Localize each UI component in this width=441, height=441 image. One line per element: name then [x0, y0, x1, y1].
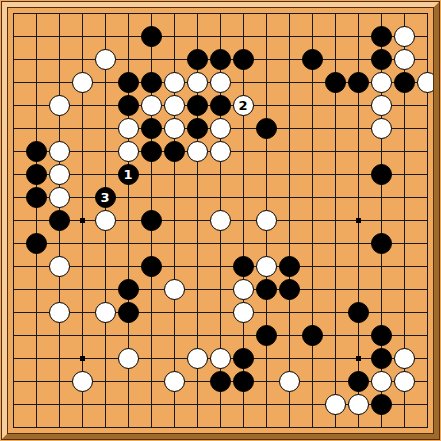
white-stone[interactable] [141, 95, 162, 116]
white-stone[interactable] [325, 394, 346, 415]
white-stone[interactable] [348, 394, 369, 415]
black-stone[interactable] [371, 26, 392, 47]
white-stone[interactable] [371, 95, 392, 116]
black-stone[interactable] [141, 256, 162, 277]
black-stone[interactable] [187, 118, 208, 139]
black-stone[interactable] [371, 325, 392, 346]
white-stone[interactable] [164, 371, 185, 392]
white-stone[interactable] [210, 72, 231, 93]
white-stone[interactable] [233, 279, 254, 300]
black-stone[interactable] [371, 164, 392, 185]
black-stone[interactable] [26, 164, 47, 185]
black-stone[interactable] [233, 49, 254, 70]
go-board[interactable]: 213 [0, 0, 441, 441]
white-stone-move-2[interactable]: 2 [233, 95, 254, 116]
white-stone[interactable] [72, 72, 93, 93]
black-stone[interactable] [279, 279, 300, 300]
black-stone[interactable] [233, 256, 254, 277]
black-stone[interactable] [256, 279, 277, 300]
white-stone[interactable] [394, 371, 415, 392]
white-stone[interactable] [187, 72, 208, 93]
white-stone[interactable] [95, 49, 116, 70]
black-stone[interactable] [233, 371, 254, 392]
black-stone[interactable] [141, 118, 162, 139]
black-stone-move-1[interactable]: 1 [118, 164, 139, 185]
white-stone[interactable] [187, 141, 208, 162]
white-stone[interactable] [95, 210, 116, 231]
white-stone[interactable] [417, 72, 438, 93]
white-stone[interactable] [164, 95, 185, 116]
black-stone[interactable] [371, 233, 392, 254]
white-stone[interactable] [49, 164, 70, 185]
black-stone[interactable] [118, 279, 139, 300]
black-stone[interactable] [164, 141, 185, 162]
white-stone[interactable] [371, 72, 392, 93]
white-stone[interactable] [164, 118, 185, 139]
white-stone[interactable] [164, 72, 185, 93]
black-stone[interactable] [233, 348, 254, 369]
black-stone[interactable] [210, 95, 231, 116]
white-stone[interactable] [187, 348, 208, 369]
black-stone[interactable] [118, 95, 139, 116]
black-stone[interactable] [256, 118, 277, 139]
white-stone[interactable] [394, 26, 415, 47]
white-stone[interactable] [233, 302, 254, 323]
black-stone[interactable] [26, 233, 47, 254]
white-stone[interactable] [256, 256, 277, 277]
black-stone[interactable] [141, 72, 162, 93]
black-stone[interactable] [210, 49, 231, 70]
black-stone[interactable] [348, 302, 369, 323]
white-stone[interactable] [49, 256, 70, 277]
white-stone[interactable] [210, 348, 231, 369]
black-stone[interactable] [187, 95, 208, 116]
black-stone[interactable] [348, 371, 369, 392]
white-stone[interactable] [210, 210, 231, 231]
black-stone[interactable] [256, 325, 277, 346]
black-stone[interactable] [187, 49, 208, 70]
white-stone[interactable] [256, 210, 277, 231]
white-stone[interactable] [49, 302, 70, 323]
black-stone[interactable] [279, 256, 300, 277]
white-stone[interactable] [210, 118, 231, 139]
black-stone[interactable] [49, 210, 70, 231]
white-stone[interactable] [394, 49, 415, 70]
white-stone[interactable] [210, 141, 231, 162]
black-stone[interactable] [141, 210, 162, 231]
black-stone[interactable] [325, 72, 346, 93]
black-stone-move-3[interactable]: 3 [95, 187, 116, 208]
white-stone[interactable] [118, 118, 139, 139]
black-stone[interactable] [26, 187, 47, 208]
black-stone[interactable] [118, 72, 139, 93]
black-stone[interactable] [302, 49, 323, 70]
stone-layer[interactable]: 213 [2, 2, 439, 439]
white-stone[interactable] [279, 371, 300, 392]
white-stone[interactable] [164, 279, 185, 300]
black-stone[interactable] [371, 348, 392, 369]
white-stone[interactable] [371, 371, 392, 392]
white-stone[interactable] [49, 141, 70, 162]
black-stone[interactable] [371, 49, 392, 70]
black-stone[interactable] [394, 72, 415, 93]
white-stone[interactable] [49, 95, 70, 116]
white-stone[interactable] [49, 187, 70, 208]
white-stone[interactable] [371, 118, 392, 139]
black-stone[interactable] [210, 371, 231, 392]
white-stone[interactable] [394, 348, 415, 369]
black-stone[interactable] [348, 72, 369, 93]
white-stone[interactable] [118, 348, 139, 369]
white-stone[interactable] [118, 141, 139, 162]
black-stone[interactable] [26, 141, 47, 162]
black-stone[interactable] [141, 26, 162, 47]
black-stone[interactable] [302, 325, 323, 346]
black-stone[interactable] [141, 141, 162, 162]
white-stone[interactable] [72, 371, 93, 392]
black-stone[interactable] [118, 302, 139, 323]
black-stone[interactable] [371, 394, 392, 415]
white-stone[interactable] [95, 302, 116, 323]
